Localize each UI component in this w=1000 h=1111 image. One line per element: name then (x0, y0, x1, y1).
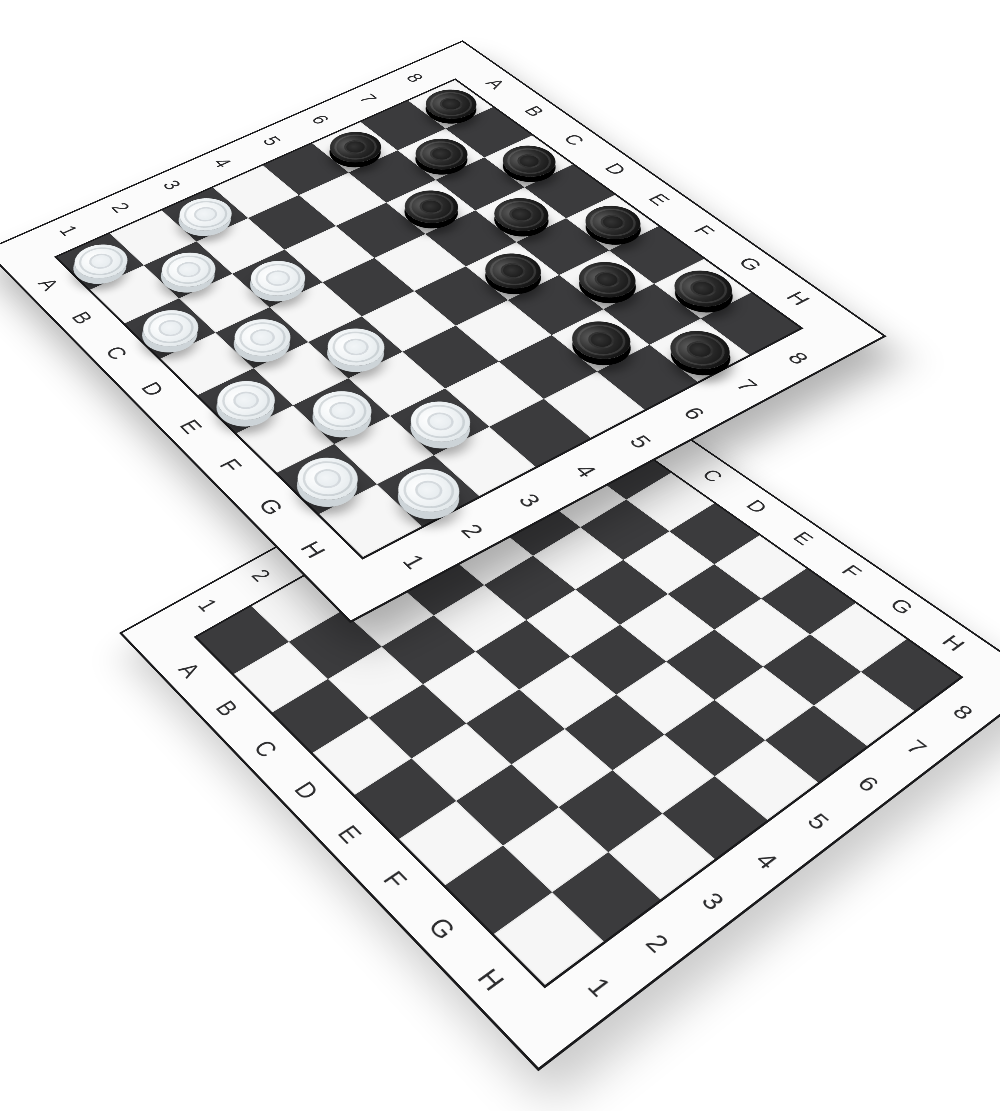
coord-label-text: 7 (730, 376, 763, 396)
coord-label-text: 4 (750, 847, 784, 874)
coord-label-text: 7 (900, 735, 932, 759)
coord-label-text: H (471, 963, 511, 996)
coord-label-text: 2 (106, 200, 135, 216)
coord-label-text: 8 (782, 349, 814, 368)
coord-label-text: 1 (54, 222, 83, 238)
coord-label-text: G (733, 254, 768, 274)
coord-label-text: 6 (852, 771, 885, 796)
white-piece-B2[interactable] (151, 246, 225, 294)
coord-label-text: B (210, 696, 244, 720)
white-piece-C3[interactable] (239, 254, 315, 302)
coord-label-text: C (697, 466, 727, 486)
coord-label-text: H (295, 537, 332, 562)
white-piece-D2[interactable] (223, 312, 301, 363)
coord-label-text: 1 (581, 972, 618, 1002)
coord-label-text: 3 (512, 490, 546, 512)
coord-label-text: B (519, 103, 549, 119)
black-piece-B7[interactable] (404, 133, 477, 176)
coord-label-text: H (781, 288, 816, 308)
coord-label-text: 5 (623, 432, 656, 453)
black-piece-E6[interactable] (473, 247, 551, 296)
white-piece-E3[interactable] (316, 321, 395, 373)
coord-label-text: 3 (157, 177, 186, 193)
coord-label-text: A (33, 275, 64, 294)
coord-label-text: E (643, 191, 675, 209)
coord-label-text: E (174, 416, 208, 438)
coord-label-text: D (600, 160, 632, 178)
coord-label-text: 7 (354, 91, 382, 106)
coord-label-text: 6 (306, 112, 334, 127)
coord-label-text: D (136, 378, 170, 400)
coord-label-text: C (248, 736, 284, 762)
black-piece-D7[interactable] (483, 192, 559, 238)
coord-label-text: 5 (802, 809, 835, 835)
scene: 1234567812345678ABCDEFGHABCDEFGH 1234567… (0, 0, 1000, 1111)
coord-label-text: F (376, 866, 412, 894)
coord-label-text: H (937, 631, 970, 655)
coord-label-text: 2 (246, 566, 276, 586)
coord-label-text: 2 (639, 929, 675, 958)
coord-label-text: 4 (208, 155, 237, 170)
black-piece-C6[interactable] (393, 184, 468, 229)
coord-label-text: F (213, 455, 247, 476)
coord-label-text: G (884, 595, 918, 619)
coord-label-text: A (481, 76, 510, 92)
coord-label-text: A (173, 659, 206, 682)
coord-label-text: F (836, 562, 866, 583)
coord-label-text: E (331, 821, 367, 849)
coord-label-text: C (100, 342, 133, 363)
black-piece-F7[interactable] (567, 255, 647, 304)
white-piece-F2[interactable] (301, 383, 383, 438)
coord-label-text: E (788, 528, 819, 548)
coord-label-text: B (66, 308, 98, 327)
coord-label-text: 1 (396, 551, 431, 574)
coord-label-text: 1 (192, 595, 223, 615)
black-piece-G6[interactable] (559, 314, 641, 366)
coord-label-text: D (288, 777, 324, 804)
coord-label-text: 2 (455, 520, 490, 542)
white-piece-G3[interactable] (398, 394, 481, 450)
coord-label-text: 4 (568, 460, 602, 481)
coord-label-text: 8 (401, 71, 429, 85)
coord-label-text: F (688, 222, 719, 240)
coord-label-text: 6 (677, 403, 710, 423)
coord-label-text: 3 (695, 887, 730, 915)
coord-label-text: G (252, 494, 289, 519)
coord-label-text: 8 (947, 701, 978, 724)
coord-label-text: 5 (257, 133, 285, 148)
coord-label-text: G (422, 913, 462, 946)
coord-label-text: C (559, 131, 590, 148)
coord-label-text: D (741, 496, 772, 516)
